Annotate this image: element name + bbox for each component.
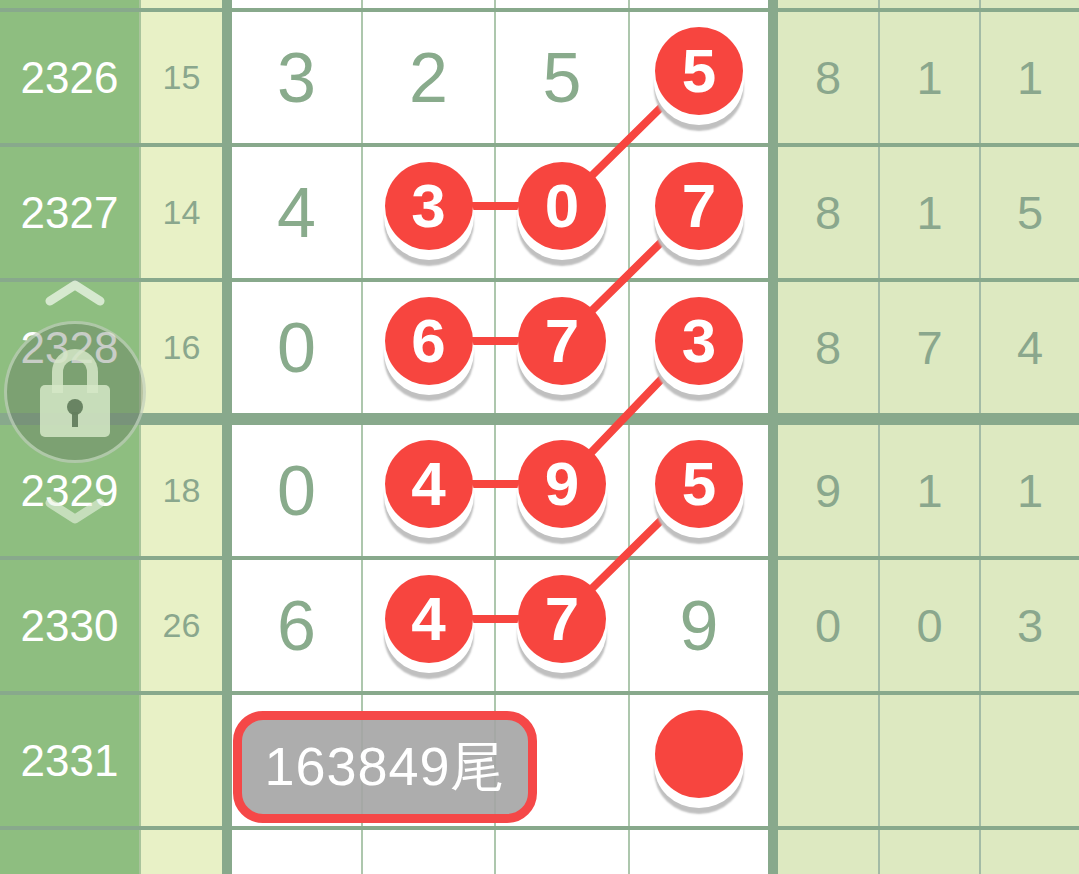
- column-divider: [768, 695, 778, 826]
- digit-cell: 4: [361, 560, 494, 691]
- digit-cell: 3: [232, 12, 361, 143]
- lock-icon: [40, 349, 110, 439]
- stat-cell: 1: [979, 12, 1079, 143]
- digit-cell: [628, 830, 768, 874]
- count-cell: 16: [139, 282, 222, 413]
- plain-digit: 3: [277, 38, 316, 118]
- period-cell: 2327: [0, 147, 139, 278]
- digit-cell: [494, 830, 628, 874]
- column-divider: [222, 425, 232, 556]
- column-divider: [768, 282, 778, 413]
- column-divider: [222, 0, 232, 8]
- ball-digit: 9: [518, 440, 606, 528]
- digit-cell: 6: [361, 282, 494, 413]
- digit-cell: 6: [232, 560, 361, 691]
- digit-cell: 4: [361, 425, 494, 556]
- hot-number-ball: 7: [653, 162, 745, 264]
- ball-digit: 3: [385, 162, 473, 250]
- column-divider: [222, 830, 232, 874]
- stat-cell: 8: [778, 282, 878, 413]
- hot-number-ball: 3: [653, 297, 745, 399]
- ball-digit: 7: [518, 575, 606, 663]
- digit-cell: [494, 0, 628, 8]
- stat-cell: 0: [778, 560, 878, 691]
- partial-row: [0, 830, 1079, 874]
- hot-number-ball: 4: [383, 575, 475, 677]
- digit-cell: 0: [232, 425, 361, 556]
- stat-cell: [878, 695, 979, 826]
- ball-digit: 4: [385, 575, 473, 663]
- stat-cell: 0: [878, 560, 979, 691]
- chart-row: 2328160673874: [0, 282, 1079, 413]
- count-cell: 26: [139, 560, 222, 691]
- stat-cell: 5: [979, 147, 1079, 278]
- hot-number-ball: 9: [516, 440, 608, 542]
- chevron-up-icon[interactable]: [45, 280, 105, 306]
- plain-digit: 0: [277, 451, 316, 531]
- hot-number-ball: 5: [653, 440, 745, 542]
- stat-cell: [979, 695, 1079, 826]
- digit-cell: 3: [361, 147, 494, 278]
- stat-cell: [778, 830, 878, 874]
- digit-cell: 9: [628, 560, 768, 691]
- ball-digit: 4: [385, 440, 473, 528]
- ball-digit: 6: [385, 297, 473, 385]
- prediction-text: 163849尾: [264, 731, 505, 804]
- column-divider: [222, 12, 232, 143]
- count-cell: 18: [139, 425, 222, 556]
- stat-cell: 8: [778, 147, 878, 278]
- hot-number-ball: 0: [516, 162, 608, 264]
- hot-number-ball: 4: [383, 440, 475, 542]
- digit-cell: [232, 0, 361, 8]
- count-cell: [139, 695, 222, 826]
- period-cell: 2331: [0, 695, 139, 826]
- lock-button[interactable]: [4, 321, 146, 463]
- digit-cell: 5: [628, 12, 768, 143]
- digit-cell: 7: [494, 282, 628, 413]
- column-divider: [768, 12, 778, 143]
- lock-keystem: [72, 412, 78, 427]
- digit-cell: 7: [628, 147, 768, 278]
- chart-row: 2326153255811: [0, 12, 1079, 143]
- count-cell: [139, 830, 222, 874]
- ball-digit: 5: [655, 27, 743, 115]
- digit-cell: 3: [628, 282, 768, 413]
- hot-number-ball: 6: [383, 297, 475, 399]
- count-cell: 14: [139, 147, 222, 278]
- lottery-trend-board: 2326153255811232714430781523281606738742…: [0, 0, 1079, 874]
- stat-cell: 1: [878, 425, 979, 556]
- chevron-down-icon[interactable]: [45, 498, 105, 524]
- stat-cell: 1: [878, 12, 979, 143]
- ball-digit: 0: [518, 162, 606, 250]
- digit-cell: 7: [494, 560, 628, 691]
- digit-cell: [361, 0, 494, 8]
- period-cell: 2330: [0, 560, 139, 691]
- chart-row: 2331: [0, 695, 1079, 826]
- chart-row: 2329180495911: [0, 425, 1079, 556]
- thick-row-separator: [0, 413, 1079, 425]
- plain-digit: 0: [277, 308, 316, 388]
- trend-grid: 2326153255811232714430781523281606738742…: [0, 0, 1079, 874]
- stat-cell: 7: [878, 282, 979, 413]
- column-divider: [768, 830, 778, 874]
- stat-cell: 8: [778, 12, 878, 143]
- digit-cell: 5: [494, 12, 628, 143]
- stat-cell: [979, 0, 1079, 8]
- period-cell: 2326: [0, 12, 139, 143]
- count-cell: [139, 0, 222, 8]
- chart-row: 2327144307815: [0, 147, 1079, 278]
- ball-digit: 7: [518, 297, 606, 385]
- plain-digit: 2: [409, 38, 448, 118]
- stat-cell: [878, 830, 979, 874]
- period-cell: [0, 830, 139, 874]
- column-divider: [222, 282, 232, 413]
- plain-digit: 6: [277, 586, 316, 666]
- digit-cell: 0: [232, 282, 361, 413]
- hot-number-ball: 3: [383, 162, 475, 264]
- column-divider: [222, 560, 232, 691]
- ball-digit: 3: [655, 297, 743, 385]
- ball-digit: 5: [655, 440, 743, 528]
- plain-digit: 5: [543, 38, 582, 118]
- prediction-box[interactable]: 163849尾: [233, 711, 537, 823]
- column-divider: [768, 560, 778, 691]
- digit-cell: [232, 830, 361, 874]
- stat-cell: 1: [979, 425, 1079, 556]
- plain-digit: 4: [277, 173, 316, 253]
- digit-cell: [628, 695, 768, 826]
- digit-cell: [361, 830, 494, 874]
- stat-cell: 4: [979, 282, 1079, 413]
- period-cell: [0, 0, 139, 8]
- stat-cell: 9: [778, 425, 878, 556]
- digit-cell: 4: [232, 147, 361, 278]
- stat-cell: 3: [979, 560, 1079, 691]
- ball-digit: [655, 710, 743, 798]
- digit-cell: [628, 0, 768, 8]
- plain-digit: 9: [680, 586, 719, 666]
- hot-number-ball: 7: [516, 575, 608, 677]
- chart-row: 2330266479003: [0, 560, 1079, 691]
- column-divider: [768, 0, 778, 8]
- stat-cell: [979, 830, 1079, 874]
- stat-cell: [778, 695, 878, 826]
- ball-digit: 7: [655, 162, 743, 250]
- column-divider: [768, 147, 778, 278]
- digit-cell: 2: [361, 12, 494, 143]
- column-divider: [222, 147, 232, 278]
- digit-cell: 5: [628, 425, 768, 556]
- digit-cell: 9: [494, 425, 628, 556]
- stat-cell: [878, 0, 979, 8]
- digit-cell: 0: [494, 147, 628, 278]
- column-divider: [222, 695, 232, 826]
- red-ball: [653, 710, 745, 812]
- hot-number-ball: 7: [516, 297, 608, 399]
- stat-cell: 1: [878, 147, 979, 278]
- hot-number-ball: 5: [653, 27, 745, 129]
- count-cell: 15: [139, 12, 222, 143]
- partial-row: [0, 0, 1079, 8]
- column-divider: [768, 425, 778, 556]
- stat-cell: [778, 0, 878, 8]
